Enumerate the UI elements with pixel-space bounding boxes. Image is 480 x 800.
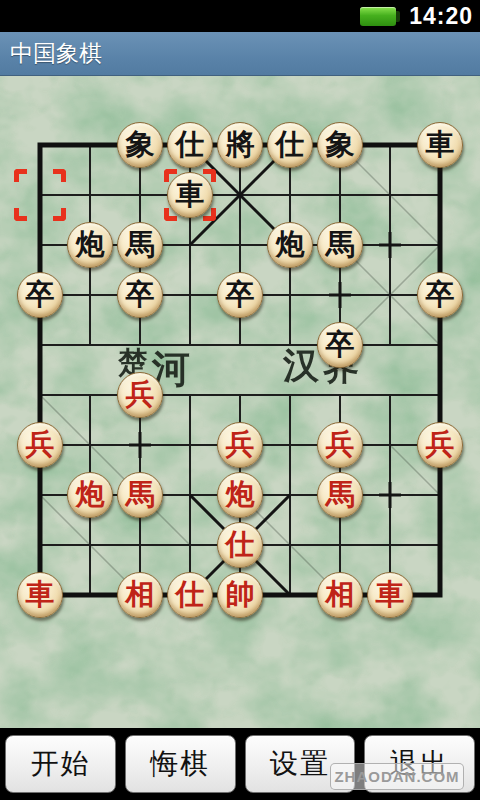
watermark: ZHAODAN.COM [330,763,464,790]
piece-black-將[interactable]: 將 [217,122,263,168]
piece-red-兵[interactable]: 兵 [317,422,363,468]
last-move-marker-from [14,169,66,221]
piece-black-卒[interactable]: 卒 [417,272,463,318]
piece-red-相[interactable]: 相 [117,572,163,618]
marker-corner-br [53,208,66,221]
piece-black-炮[interactable]: 炮 [267,222,313,268]
battery-icon [360,7,396,26]
start-button[interactable]: 开始 [5,735,116,793]
piece-black-卒[interactable]: 卒 [117,272,163,318]
piece-red-帥[interactable]: 帥 [217,572,263,618]
board-grid[interactable] [0,0,480,800]
piece-black-卒[interactable]: 卒 [317,322,363,368]
piece-red-兵[interactable]: 兵 [117,372,163,418]
river-label-char: 汉 [283,342,319,391]
piece-red-兵[interactable]: 兵 [17,422,63,468]
status-bar: 14:20 [0,0,480,32]
app-screen: 楚 河 汉 界 14:20 中国象棋 开始 悔棋 设置 退出 ZHAODAN.C… [0,0,480,800]
piece-black-仕[interactable]: 仕 [167,122,213,168]
piece-red-馬[interactable]: 馬 [117,472,163,518]
piece-red-仕[interactable]: 仕 [167,572,213,618]
piece-black-炮[interactable]: 炮 [67,222,113,268]
piece-red-兵[interactable]: 兵 [217,422,263,468]
piece-red-仕[interactable]: 仕 [217,522,263,568]
piece-red-炮[interactable]: 炮 [217,472,263,518]
piece-black-卒[interactable]: 卒 [17,272,63,318]
piece-black-馬[interactable]: 馬 [317,222,363,268]
title-bar: 中国象棋 [0,32,480,76]
piece-red-車[interactable]: 車 [17,572,63,618]
piece-red-車[interactable]: 車 [367,572,413,618]
piece-black-象[interactable]: 象 [117,122,163,168]
marker-corner-bl [14,208,27,221]
piece-red-炮[interactable]: 炮 [67,472,113,518]
piece-black-馬[interactable]: 馬 [117,222,163,268]
piece-black-卒[interactable]: 卒 [217,272,263,318]
piece-red-相[interactable]: 相 [317,572,363,618]
marker-corner-tr [53,169,66,182]
piece-red-馬[interactable]: 馬 [317,472,363,518]
app-title: 中国象棋 [0,38,102,69]
piece-black-象[interactable]: 象 [317,122,363,168]
undo-button[interactable]: 悔棋 [125,735,236,793]
marker-corner-tl [14,169,27,182]
piece-black-仕[interactable]: 仕 [267,122,313,168]
status-clock: 14:20 [409,3,473,30]
piece-red-兵[interactable]: 兵 [417,422,463,468]
piece-black-車[interactable]: 車 [417,122,463,168]
piece-black-車[interactable]: 車 [167,172,213,218]
